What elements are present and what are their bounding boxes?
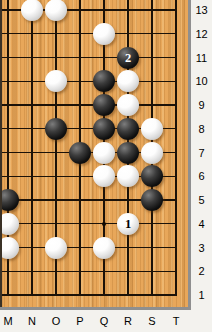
black-stone-P7 [69, 142, 91, 164]
go-board[interactable]: 21 [0, 0, 191, 310]
intersection-Q6[interactable] [92, 164, 116, 188]
intersection-P13[interactable] [68, 0, 92, 22]
black-stone-Q8 [93, 118, 115, 140]
intersection-R11[interactable]: 2 [116, 46, 140, 70]
row-coordinate-5: 5 [191, 193, 212, 207]
column-coordinates: MNOPQRST [0, 310, 212, 332]
intersection-R10[interactable] [116, 69, 140, 93]
intersection-Q1[interactable] [92, 283, 116, 307]
intersection-Q11[interactable] [92, 46, 116, 70]
black-stone-S6 [141, 165, 163, 187]
column-coordinate-O: O [49, 314, 63, 328]
row-coordinate-2: 2 [191, 264, 212, 278]
intersection-O3[interactable] [44, 236, 68, 260]
white-stone-O13 [45, 0, 67, 21]
intersection-M5[interactable] [0, 188, 20, 212]
intersection-R12[interactable] [116, 22, 140, 46]
intersection-M4[interactable] [0, 212, 20, 236]
intersection-N4[interactable] [20, 212, 44, 236]
intersection-M10[interactable] [0, 69, 20, 93]
intersection-S4[interactable] [140, 212, 164, 236]
intersection-S5[interactable] [140, 188, 164, 212]
column-coordinate-M: M [1, 314, 15, 328]
column-coordinate-P: P [73, 314, 87, 328]
intersection-T11[interactable] [164, 46, 188, 70]
white-stone-R10 [117, 70, 139, 92]
black-stone-R11: 2 [117, 47, 139, 69]
row-coordinate-1: 1 [191, 288, 212, 302]
intersection-R5[interactable] [116, 188, 140, 212]
black-stone-Q10 [93, 70, 115, 92]
white-stone-Q3 [93, 237, 115, 259]
intersection-P1[interactable] [68, 283, 92, 307]
black-stone-Q9 [93, 94, 115, 116]
intersection-O2[interactable] [44, 259, 68, 283]
intersection-Q8[interactable] [92, 117, 116, 141]
intersection-N3[interactable] [20, 236, 44, 260]
intersection-O10[interactable] [44, 69, 68, 93]
white-stone-Q12 [93, 23, 115, 45]
intersection-O4[interactable] [44, 212, 68, 236]
intersection-T4[interactable] [164, 212, 188, 236]
intersection-R1[interactable] [116, 283, 140, 307]
intersection-S1[interactable] [140, 283, 164, 307]
intersection-R8[interactable] [116, 117, 140, 141]
intersection-O9[interactable] [44, 93, 68, 117]
black-stone-M5 [0, 189, 19, 211]
black-stone-S5 [141, 189, 163, 211]
intersection-P7[interactable] [68, 141, 92, 165]
intersection-P5[interactable] [68, 188, 92, 212]
intersection-Q5[interactable] [92, 188, 116, 212]
column-coordinate-N: N [25, 314, 39, 328]
column-coordinate-S: S [145, 314, 159, 328]
row-coordinate-3: 3 [191, 241, 212, 255]
intersection-O8[interactable] [44, 117, 68, 141]
row-coordinate-4: 4 [191, 217, 212, 231]
intersection-S9[interactable] [140, 93, 164, 117]
intersection-O5[interactable] [44, 188, 68, 212]
intersection-N9[interactable] [20, 93, 44, 117]
intersection-T12[interactable] [164, 22, 188, 46]
row-coordinate-13: 13 [191, 3, 212, 17]
row-coordinate-8: 8 [191, 122, 212, 136]
intersection-P6[interactable] [68, 164, 92, 188]
move-number-label-R11: 2 [125, 47, 131, 69]
column-coordinate-T: T [169, 314, 183, 328]
white-stone-R6 [117, 165, 139, 187]
intersection-N12[interactable] [20, 22, 44, 46]
intersection-O7[interactable] [44, 141, 68, 165]
intersection-N2[interactable] [20, 259, 44, 283]
go-board-screenshot: 21 13121110987654321 MNOPQRST [0, 0, 212, 332]
row-coordinate-9: 9 [191, 98, 212, 112]
intersection-R7[interactable] [116, 141, 140, 165]
intersection-O11[interactable] [44, 46, 68, 70]
intersection-S8[interactable] [140, 117, 164, 141]
intersection-O6[interactable] [44, 164, 68, 188]
star-point-Q4 [102, 222, 106, 226]
white-stone-O3 [45, 237, 67, 259]
row-coordinate-11: 11 [191, 51, 212, 65]
intersection-T7[interactable] [164, 141, 188, 165]
intersection-M7[interactable] [0, 141, 20, 165]
intersection-T3[interactable] [164, 236, 188, 260]
intersection-N6[interactable] [20, 164, 44, 188]
intersection-T5[interactable] [164, 188, 188, 212]
intersection-Q3[interactable] [92, 236, 116, 260]
white-stone-Q6 [93, 165, 115, 187]
intersection-S10[interactable] [140, 69, 164, 93]
intersection-R2[interactable] [116, 259, 140, 283]
column-coordinate-R: R [121, 314, 135, 328]
intersection-N13[interactable] [20, 0, 44, 22]
intersection-S13[interactable] [140, 0, 164, 22]
intersection-M2[interactable] [0, 259, 20, 283]
intersection-S11[interactable] [140, 46, 164, 70]
intersection-S7[interactable] [140, 141, 164, 165]
intersection-O13[interactable] [44, 0, 68, 22]
white-stone-S8 [141, 118, 163, 140]
board-crop-edge [0, 0, 2, 307]
intersection-N5[interactable] [20, 188, 44, 212]
white-stone-R4: 1 [117, 213, 139, 235]
intersection-P8[interactable] [68, 117, 92, 141]
intersection-T2[interactable] [164, 259, 188, 283]
intersection-M6[interactable] [0, 164, 20, 188]
intersection-R13[interactable] [116, 0, 140, 22]
intersection-T13[interactable] [164, 0, 188, 22]
board-grid: 21 [0, 0, 188, 307]
row-coordinate-10: 10 [191, 74, 212, 88]
intersection-R3[interactable] [116, 236, 140, 260]
intersection-T1[interactable] [164, 283, 188, 307]
intersection-T6[interactable] [164, 164, 188, 188]
black-stone-R7 [117, 142, 139, 164]
intersection-M1[interactable] [0, 283, 20, 307]
intersection-P2[interactable] [68, 259, 92, 283]
black-stone-R8 [117, 118, 139, 140]
white-stone-Q7 [93, 142, 115, 164]
white-stone-S7 [141, 142, 163, 164]
intersection-N10[interactable] [20, 69, 44, 93]
intersection-T9[interactable] [164, 93, 188, 117]
intersection-R6[interactable] [116, 164, 140, 188]
row-coordinate-6: 6 [191, 169, 212, 183]
intersection-M9[interactable] [0, 93, 20, 117]
intersection-S2[interactable] [140, 259, 164, 283]
intersection-Q12[interactable] [92, 22, 116, 46]
column-coordinate-Q: Q [97, 314, 111, 328]
move-number-label-R4: 1 [125, 213, 131, 235]
white-stone-N13 [21, 0, 43, 21]
intersection-M3[interactable] [0, 236, 20, 260]
intersection-Q9[interactable] [92, 93, 116, 117]
white-stone-M3 [0, 237, 19, 259]
intersection-S3[interactable] [140, 236, 164, 260]
intersection-Q10[interactable] [92, 69, 116, 93]
intersection-M8[interactable] [0, 117, 20, 141]
intersection-N11[interactable] [20, 46, 44, 70]
intersection-P4[interactable] [68, 212, 92, 236]
intersection-P12[interactable] [68, 22, 92, 46]
row-coordinates: 13121110987654321 [191, 0, 212, 310]
intersection-Q4[interactable] [92, 212, 116, 236]
intersection-S6[interactable] [140, 164, 164, 188]
intersection-N7[interactable] [20, 141, 44, 165]
intersection-M13[interactable] [0, 0, 20, 22]
intersection-O1[interactable] [44, 283, 68, 307]
intersection-Q7[interactable] [92, 141, 116, 165]
white-stone-R9 [117, 94, 139, 116]
intersection-P9[interactable] [68, 93, 92, 117]
intersection-M12[interactable] [0, 22, 20, 46]
intersection-P11[interactable] [68, 46, 92, 70]
intersection-Q13[interactable] [92, 0, 116, 22]
row-coordinate-7: 7 [191, 146, 212, 160]
intersection-P10[interactable] [68, 69, 92, 93]
intersection-R4[interactable]: 1 [116, 212, 140, 236]
intersection-T10[interactable] [164, 69, 188, 93]
intersection-N1[interactable] [20, 283, 44, 307]
black-stone-O8 [45, 118, 67, 140]
intersection-R9[interactable] [116, 93, 140, 117]
row-coordinate-12: 12 [191, 27, 212, 41]
intersection-Q2[interactable] [92, 259, 116, 283]
intersection-S12[interactable] [140, 22, 164, 46]
intersection-M11[interactable] [0, 46, 20, 70]
intersection-N8[interactable] [20, 117, 44, 141]
intersection-P3[interactable] [68, 236, 92, 260]
intersection-O12[interactable] [44, 22, 68, 46]
white-stone-M4 [0, 213, 19, 235]
white-stone-O10 [45, 70, 67, 92]
intersection-T8[interactable] [164, 117, 188, 141]
